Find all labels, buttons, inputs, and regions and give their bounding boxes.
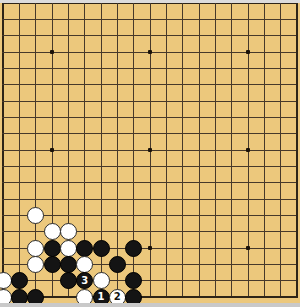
grid-line-vertical-11: [182, 2, 183, 298]
stone-black-F4: [76, 240, 93, 257]
top-border-strip: [0, 0, 300, 3]
bottom-border-strip: [0, 303, 300, 307]
star-point-15-9: [246, 148, 250, 152]
stone-white-E4: [60, 240, 77, 257]
grid-line-vertical-14: [231, 2, 232, 298]
stone-white-C6: [27, 207, 44, 224]
star-point-9-15: [148, 246, 152, 250]
board-surface: 312: [0, 0, 300, 307]
grid-line-horizontal-12: [2, 199, 298, 200]
star-point-15-3: [246, 50, 250, 54]
star-point-15-15: [246, 246, 250, 250]
move-number-3-stone-black-F2: 3: [76, 272, 93, 289]
stone-black-D3: [44, 256, 61, 273]
stone-black-J4: [125, 240, 142, 257]
grid-line-horizontal-13: [2, 215, 298, 216]
grid-line-horizontal-10: [2, 166, 298, 167]
stone-white-D5: [44, 223, 61, 240]
grid-line-vertical-16: [264, 2, 265, 298]
stone-white-C3: [27, 256, 44, 273]
stone-white-C4: [27, 240, 44, 257]
stone-black-H3: [109, 256, 126, 273]
grid-line-vertical-10: [166, 2, 167, 298]
grid-line-horizontal-17: [2, 280, 298, 281]
star-point-9-3: [148, 50, 152, 54]
go-board-diagram: 312: [0, 0, 300, 307]
star-point-9-9: [148, 148, 152, 152]
stone-white-G2: [93, 272, 110, 289]
star-point-3-9: [50, 148, 54, 152]
grid-line-vertical-17: [280, 2, 281, 298]
grid-line-vertical-12: [199, 2, 200, 298]
grid-line-vertical-13: [215, 2, 216, 298]
stone-black-E3: [60, 256, 77, 273]
stone-black-G4: [93, 240, 110, 257]
stone-black-B2: [11, 272, 28, 289]
grid-line-vertical-18: [296, 2, 298, 298]
grid-line-horizontal-18: [2, 296, 298, 298]
stone-white-A2: [0, 272, 12, 289]
stone-white-F3: [76, 256, 93, 273]
stone-black-E2: [60, 272, 77, 289]
stone-white-E5: [60, 223, 77, 240]
star-point-3-3: [50, 50, 54, 54]
stone-black-D4: [44, 240, 61, 257]
stone-black-J2: [125, 272, 142, 289]
grid-line-horizontal-11: [2, 182, 298, 183]
